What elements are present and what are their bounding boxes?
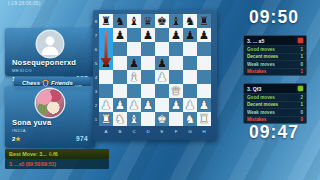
square-e5[interactable]: ♟ — [155, 56, 169, 70]
file-label-d: D — [141, 127, 155, 135]
stat-row: Mistakes0 — [244, 116, 306, 124]
mistake-icon — [298, 38, 303, 43]
square-g3[interactable] — [183, 84, 197, 98]
square-a1[interactable]: ♜ — [99, 112, 113, 126]
square-f8[interactable]: ♝ — [169, 14, 183, 28]
black-piece-n: ♞ — [115, 14, 125, 28]
file-label-c: C — [127, 127, 141, 135]
square-d4[interactable] — [141, 70, 155, 84]
file-label-a: A — [99, 127, 113, 135]
person-silhouette-icon — [37, 31, 63, 57]
square-d1[interactable] — [141, 112, 155, 126]
square-a6[interactable] — [99, 42, 113, 56]
square-h7[interactable]: ♟ — [197, 28, 211, 42]
square-e3[interactable] — [155, 84, 169, 98]
square-c2[interactable]: ♟ — [127, 98, 141, 112]
white-piece-n: ♞ — [115, 112, 125, 126]
stat-row: Good moves1 — [244, 45, 306, 53]
white-piece-b: ♝ — [129, 70, 139, 84]
square-c8[interactable]: ♝ — [127, 14, 141, 28]
clock-black: 09:50 — [228, 7, 320, 28]
corner-timer-text: (-19:28/06:05) — [8, 1, 40, 6]
white-piece-p: ♟ — [143, 98, 153, 112]
player-country-black: MEXICO — [12, 68, 88, 73]
last-move-header-white: 3. Qf3 — [244, 84, 306, 93]
square-g5[interactable] — [183, 56, 197, 70]
stat-row: Weak moves0 — [244, 108, 306, 116]
black-piece-b: ♝ — [171, 14, 181, 28]
white-piece-q: ♛ — [171, 84, 181, 98]
square-b8[interactable]: ♞ — [113, 14, 127, 28]
square-b4[interactable] — [113, 70, 127, 84]
stat-row: Decent moves1 — [244, 101, 306, 109]
player-name-black: Nosequeponerxd — [12, 58, 88, 67]
stats-panel-black: 3. ... a5 Good moves1 Decent moves1 Weak… — [243, 35, 307, 76]
square-c5[interactable]: ♟ — [127, 56, 141, 70]
square-b5[interactable] — [113, 56, 127, 70]
square-e2[interactable] — [155, 98, 169, 112]
square-g6[interactable] — [183, 42, 197, 56]
white-piece-p: ♟ — [199, 98, 209, 112]
stat-row: Decent moves1 — [244, 53, 306, 61]
white-piece-p: ♟ — [171, 98, 181, 112]
player-card-black: Nosequeponerxd MEXICO 1★ 927 — [5, 28, 95, 76]
square-g2[interactable]: ♟ — [183, 98, 197, 112]
played-move-text: 3. ...a5 (09:50/09:51) — [9, 161, 56, 167]
file-label-f: F — [169, 127, 183, 135]
white-piece-r: ♜ — [199, 112, 209, 126]
square-c7[interactable] — [127, 28, 141, 42]
black-piece-r: ♜ — [101, 14, 111, 28]
square-f5[interactable] — [169, 56, 183, 70]
black-piece-p: ♟ — [171, 28, 181, 42]
player-country-white: INDIA — [12, 128, 88, 133]
square-d8[interactable]: ♛ — [141, 14, 155, 28]
best-move-text: Best Move: 3... ♘f6 — [9, 151, 58, 157]
square-f4[interactable] — [169, 70, 183, 84]
square-c6[interactable] — [127, 42, 141, 56]
avatar-black — [37, 31, 63, 57]
square-a7[interactable] — [99, 28, 113, 42]
black-piece-p: ♟ — [115, 28, 125, 42]
black-piece-r: ♜ — [199, 14, 209, 28]
black-piece-p: ♟ — [185, 28, 195, 42]
file-label-g: G — [183, 127, 197, 135]
file-labels: ABCDEFGH — [99, 127, 211, 135]
black-piece-p: ♟ — [101, 56, 111, 70]
stat-row: Weak moves0 — [244, 60, 306, 68]
best-move-bar: Best Move: 3... ♘f6 — [5, 149, 109, 159]
square-f2[interactable]: ♟ — [169, 98, 183, 112]
file-label-b: B — [113, 127, 127, 135]
square-b2[interactable]: ♟ — [113, 98, 127, 112]
white-piece-p: ♟ — [101, 98, 111, 112]
square-b7[interactable]: ♟ — [113, 28, 127, 42]
square-c3[interactable] — [127, 84, 141, 98]
square-d2[interactable]: ♟ — [141, 98, 155, 112]
black-piece-p: ♟ — [199, 28, 209, 42]
square-a5[interactable]: ♟ — [99, 56, 113, 70]
square-a4[interactable] — [99, 70, 113, 84]
white-piece-n: ♞ — [185, 112, 195, 126]
black-piece-q: ♛ — [143, 14, 153, 28]
square-d6[interactable] — [141, 42, 155, 56]
square-c4[interactable]: ♝ — [127, 70, 141, 84]
square-e6[interactable] — [155, 42, 169, 56]
clock-white: 09:47 — [228, 122, 320, 143]
square-g1[interactable]: ♞ — [183, 112, 197, 126]
app-window: (-19:28/06:05) Nosequeponerxd MEXICO 1★ … — [0, 0, 320, 180]
square-b6[interactable] — [113, 42, 127, 56]
square-d7[interactable]: ♟ — [141, 28, 155, 42]
square-e1[interactable]: ♚ — [155, 112, 169, 126]
player-name-white: Sona yuva — [12, 118, 88, 127]
player-card-white: Sona yuva INDIA 2★ 974 — [5, 86, 95, 148]
square-e4[interactable]: ♟ — [155, 70, 169, 84]
stat-row: Mistakes1 — [244, 68, 306, 76]
white-piece-p: ♟ — [115, 98, 125, 112]
square-d5[interactable] — [141, 56, 155, 70]
black-piece-b: ♝ — [129, 14, 139, 28]
square-g7[interactable]: ♟ — [183, 28, 197, 42]
square-a8[interactable]: ♜ — [99, 14, 113, 28]
square-e7[interactable] — [155, 28, 169, 42]
chess-board[interactable]: ♜♞♝♛♚♝♞♜♟♟♟♟♟♟♟♟♝♟♛♟♟♟♟♟♟♟♜♞♝♚♞♜ — [99, 14, 211, 126]
board-panel: 87654321 ♜♞♝♛♚♝♞♜♟♟♟♟♟♟♟♟♝♟♛♟♟♟♟♟♟♟♜♞♝♚♞… — [93, 10, 217, 140]
file-label-h: H — [197, 127, 211, 135]
square-f7[interactable]: ♟ — [169, 28, 183, 42]
star-icon: ★ — [15, 136, 20, 142]
square-a3[interactable] — [99, 84, 113, 98]
black-piece-p: ♟ — [157, 56, 167, 70]
square-f6[interactable] — [169, 42, 183, 56]
stat-row: Good moves2 — [244, 93, 306, 101]
square-h3[interactable] — [197, 84, 211, 98]
black-piece-p: ♟ — [129, 56, 139, 70]
square-g4[interactable] — [183, 70, 197, 84]
white-piece-r: ♜ — [101, 112, 111, 126]
white-piece-b: ♝ — [129, 112, 139, 126]
white-piece-p: ♟ — [157, 70, 167, 84]
square-a2[interactable]: ♟ — [99, 98, 113, 112]
square-f3[interactable]: ♛ — [169, 84, 183, 98]
stats-panel-white: 3. Qf3 Good moves2 Decent moves1 Weak mo… — [243, 83, 307, 124]
black-piece-k: ♚ — [157, 14, 167, 28]
played-move-bar: 3. ...a5 (09:50/09:51) — [5, 159, 109, 169]
last-move-header-black: 3. ... a5 — [244, 36, 306, 45]
square-e8[interactable]: ♚ — [155, 14, 169, 28]
white-piece-p: ♟ — [129, 98, 139, 112]
good-move-icon — [298, 86, 303, 91]
square-f1[interactable] — [169, 112, 183, 126]
file-label-e: E — [155, 127, 169, 135]
black-piece-n: ♞ — [185, 14, 195, 28]
player-stars-white: 2★ — [12, 135, 21, 142]
avatar-white — [36, 89, 64, 117]
square-h6[interactable] — [197, 42, 211, 56]
white-piece-k: ♚ — [157, 112, 167, 126]
square-h4[interactable] — [197, 70, 211, 84]
square-h8[interactable]: ♜ — [197, 14, 211, 28]
square-b1[interactable]: ♞ — [113, 112, 127, 126]
square-c1[interactable]: ♝ — [127, 112, 141, 126]
black-piece-p: ♟ — [143, 28, 153, 42]
white-piece-p: ♟ — [185, 98, 195, 112]
square-h5[interactable] — [197, 56, 211, 70]
square-h1[interactable]: ♜ — [197, 112, 211, 126]
player-rating-white: 974 — [76, 135, 88, 142]
square-d3[interactable] — [141, 84, 155, 98]
square-h2[interactable]: ♟ — [197, 98, 211, 112]
square-g8[interactable]: ♞ — [183, 14, 197, 28]
square-b3[interactable] — [113, 84, 127, 98]
